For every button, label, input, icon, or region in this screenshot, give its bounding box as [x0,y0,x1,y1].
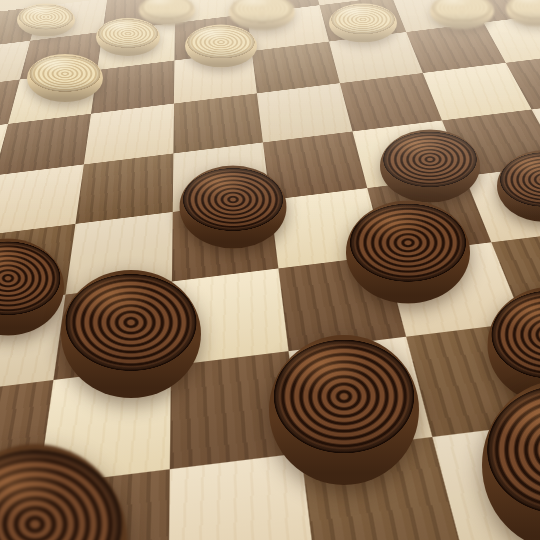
checker-piece-light[interactable] [27,54,103,102]
checker-piece-dark[interactable] [497,150,540,222]
checker-piece-dark[interactable] [0,239,64,336]
checker-piece-light[interactable] [329,4,397,43]
checker-piece-dark[interactable] [346,201,470,304]
checker-piece-dark[interactable] [180,166,287,249]
checker-piece-dark[interactable] [269,335,419,485]
checker-piece-light[interactable] [17,4,75,37]
checker-piece-light[interactable] [96,18,160,56]
checker-piece-light[interactable] [506,0,540,27]
checker-piece-light[interactable] [430,0,494,29]
checkers-photo [0,0,540,540]
pieces-layer [0,0,540,540]
checker-piece-light[interactable] [229,0,295,31]
checker-piece-dark[interactable] [61,270,201,398]
checker-piece-dark[interactable] [0,444,128,540]
checker-piece-dark[interactable] [380,130,480,203]
checker-piece-light[interactable] [185,25,257,68]
checker-piece-dark[interactable] [482,380,540,540]
